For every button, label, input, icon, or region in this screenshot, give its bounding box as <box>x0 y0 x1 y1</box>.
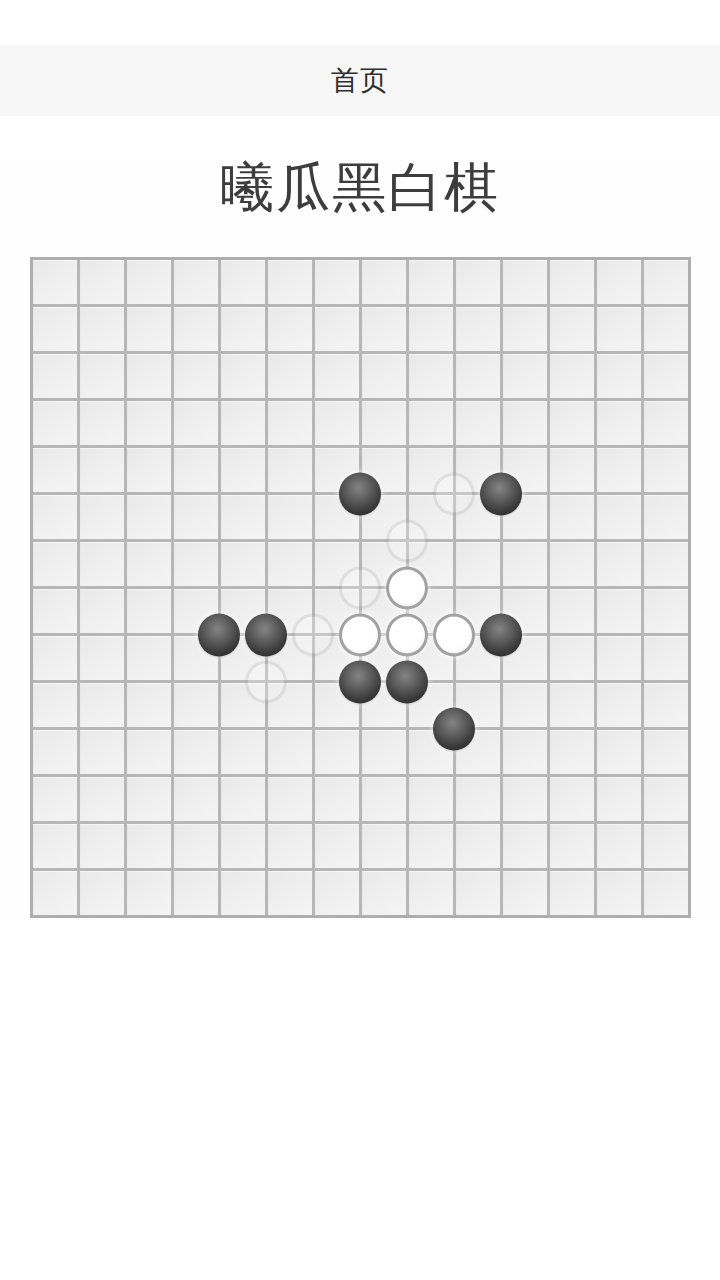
board-cell[interactable] <box>315 354 359 398</box>
board-cell[interactable] <box>33 542 77 586</box>
board-cell[interactable] <box>362 683 406 727</box>
board-cell[interactable] <box>409 636 453 680</box>
board-cell[interactable] <box>597 636 641 680</box>
board-cell[interactable] <box>503 589 547 633</box>
board-cell[interactable] <box>268 777 312 821</box>
board-cell[interactable] <box>221 260 265 304</box>
board-cell[interactable] <box>268 730 312 774</box>
board-cell[interactable] <box>362 307 406 351</box>
board-cell[interactable] <box>174 589 218 633</box>
board-cell[interactable] <box>221 448 265 492</box>
board-cell[interactable] <box>80 824 124 868</box>
board-cell[interactable] <box>409 260 453 304</box>
board-cell[interactable] <box>644 448 688 492</box>
board-cell[interactable] <box>221 542 265 586</box>
board-cell[interactable] <box>174 871 218 915</box>
board-cell[interactable] <box>221 401 265 445</box>
board-cell[interactable] <box>33 401 77 445</box>
board-cell[interactable] <box>315 448 359 492</box>
board-cell[interactable] <box>80 448 124 492</box>
board-cell[interactable] <box>456 401 500 445</box>
board-cell[interactable] <box>80 730 124 774</box>
board-cell[interactable] <box>174 260 218 304</box>
board-cell[interactable] <box>503 495 547 539</box>
board-cell[interactable] <box>33 871 77 915</box>
board-cell[interactable] <box>550 683 594 727</box>
board-cell[interactable] <box>221 354 265 398</box>
board-cell[interactable] <box>33 683 77 727</box>
board-cell[interactable] <box>550 777 594 821</box>
board-cell[interactable] <box>268 354 312 398</box>
board-cell[interactable] <box>315 824 359 868</box>
board-cell[interactable] <box>644 683 688 727</box>
board-cell[interactable] <box>456 495 500 539</box>
board-cell[interactable] <box>221 730 265 774</box>
board-cell[interactable] <box>33 824 77 868</box>
board-cell[interactable] <box>550 871 594 915</box>
board-cell[interactable] <box>127 260 171 304</box>
board-cell[interactable] <box>174 401 218 445</box>
board-cell[interactable] <box>362 589 406 633</box>
board-cell[interactable] <box>315 260 359 304</box>
board-cell[interactable] <box>597 354 641 398</box>
board-cell[interactable] <box>127 636 171 680</box>
board-cell[interactable] <box>174 636 218 680</box>
board-cell[interactable] <box>33 589 77 633</box>
board-cell[interactable] <box>315 401 359 445</box>
board-cell[interactable] <box>174 777 218 821</box>
board-cell[interactable] <box>644 824 688 868</box>
board-cell[interactable] <box>409 777 453 821</box>
board-cell[interactable] <box>80 495 124 539</box>
board-cell[interactable] <box>127 730 171 774</box>
board-cell[interactable] <box>127 777 171 821</box>
board-cell[interactable] <box>174 354 218 398</box>
board-cell[interactable] <box>315 589 359 633</box>
board-cell[interactable] <box>597 777 641 821</box>
board-cell[interactable] <box>221 495 265 539</box>
board-cell[interactable] <box>456 871 500 915</box>
board-cell[interactable] <box>362 636 406 680</box>
board-cell[interactable] <box>362 824 406 868</box>
board-cell[interactable] <box>268 260 312 304</box>
nav-title: 首页 <box>331 62 389 100</box>
board-cell[interactable] <box>33 636 77 680</box>
board-cell[interactable] <box>127 542 171 586</box>
board-cell[interactable] <box>503 542 547 586</box>
board-cell[interactable] <box>456 260 500 304</box>
board-cell[interactable] <box>409 448 453 492</box>
board-cell[interactable] <box>550 542 594 586</box>
board-cell[interactable] <box>362 260 406 304</box>
board-cell[interactable] <box>174 683 218 727</box>
board-cell[interactable] <box>174 307 218 351</box>
board-cell[interactable] <box>268 448 312 492</box>
board-cell[interactable] <box>456 589 500 633</box>
board-cell[interactable] <box>362 401 406 445</box>
board-cell[interactable] <box>221 683 265 727</box>
board-cell[interactable] <box>597 260 641 304</box>
board-cell[interactable] <box>80 636 124 680</box>
board-cell[interactable] <box>33 307 77 351</box>
nav-bar: 首页 <box>0 45 720 116</box>
board-cell[interactable] <box>503 636 547 680</box>
board-cell[interactable] <box>127 448 171 492</box>
board-cell[interactable] <box>409 824 453 868</box>
board-cell[interactable] <box>268 542 312 586</box>
board-cell[interactable] <box>174 448 218 492</box>
gomoku-board[interactable] <box>30 257 691 918</box>
board-cell[interactable] <box>550 260 594 304</box>
board-cell[interactable] <box>221 871 265 915</box>
board-cell[interactable] <box>597 307 641 351</box>
board-cell[interactable] <box>644 589 688 633</box>
board-cell[interactable] <box>268 636 312 680</box>
board-cell[interactable] <box>644 401 688 445</box>
board-cell[interactable] <box>456 542 500 586</box>
board-cell[interactable] <box>33 730 77 774</box>
board-cell[interactable] <box>127 589 171 633</box>
board-cell[interactable] <box>362 730 406 774</box>
board-cell[interactable] <box>315 777 359 821</box>
board-cell[interactable] <box>127 401 171 445</box>
board-cell[interactable] <box>315 307 359 351</box>
status-bar <box>0 0 720 45</box>
board-cell[interactable] <box>503 354 547 398</box>
board-cell[interactable] <box>597 542 641 586</box>
board-cell[interactable] <box>597 683 641 727</box>
board-cell[interactable] <box>409 354 453 398</box>
board-cell[interactable] <box>268 307 312 351</box>
board-cell[interactable] <box>174 495 218 539</box>
board-cell[interactable] <box>550 636 594 680</box>
board-cell[interactable] <box>362 777 406 821</box>
board-cell[interactable] <box>221 777 265 821</box>
board-cell[interactable] <box>80 401 124 445</box>
board-cell[interactable] <box>644 542 688 586</box>
board-cell[interactable] <box>127 354 171 398</box>
board-cell[interactable] <box>80 307 124 351</box>
board-cell[interactable] <box>597 448 641 492</box>
board-cell[interactable] <box>127 495 171 539</box>
board-cell[interactable] <box>644 307 688 351</box>
board-cell[interactable] <box>503 824 547 868</box>
board-cell[interactable] <box>503 683 547 727</box>
board-cell[interactable] <box>315 542 359 586</box>
board-cell[interactable] <box>550 401 594 445</box>
board-cell[interactable] <box>33 777 77 821</box>
board-cell[interactable] <box>456 777 500 821</box>
board-cell[interactable] <box>597 824 641 868</box>
board-cell[interactable] <box>550 354 594 398</box>
board-cell[interactable] <box>550 448 594 492</box>
board-cell[interactable] <box>80 871 124 915</box>
board-cell[interactable] <box>550 307 594 351</box>
board-cell[interactable] <box>550 495 594 539</box>
board-cell[interactable] <box>315 683 359 727</box>
board-cell[interactable] <box>221 307 265 351</box>
board-cell[interactable] <box>315 495 359 539</box>
board-cell[interactable] <box>174 730 218 774</box>
board-cell[interactable] <box>268 871 312 915</box>
board-cell[interactable] <box>456 354 500 398</box>
board-cell[interactable] <box>80 260 124 304</box>
board-cell[interactable] <box>362 871 406 915</box>
board-cell[interactable] <box>503 401 547 445</box>
board-cell[interactable] <box>597 871 641 915</box>
board-cell[interactable] <box>33 260 77 304</box>
board-cell[interactable] <box>644 260 688 304</box>
page-title: 曦瓜黑白棋 <box>0 160 720 214</box>
board-cell[interactable] <box>409 730 453 774</box>
board-cell[interactable] <box>127 871 171 915</box>
board-cell[interactable] <box>644 730 688 774</box>
board-cell[interactable] <box>409 495 453 539</box>
board-cell[interactable] <box>268 495 312 539</box>
board-cell[interactable] <box>409 683 453 727</box>
board-cell[interactable] <box>33 354 77 398</box>
board-cell[interactable] <box>80 589 124 633</box>
board-cell[interactable] <box>456 730 500 774</box>
board-cell[interactable] <box>503 448 547 492</box>
board-cell[interactable] <box>362 542 406 586</box>
app-screen: 首页 曦瓜黑白棋 <box>0 0 720 918</box>
main-content: 曦瓜黑白棋 <box>0 160 720 918</box>
board-cell[interactable] <box>221 824 265 868</box>
board-cell[interactable] <box>315 871 359 915</box>
board-cell[interactable] <box>362 354 406 398</box>
board-cell[interactable] <box>644 636 688 680</box>
board-cell[interactable] <box>550 730 594 774</box>
board-cell[interactable] <box>503 871 547 915</box>
board-cell[interactable] <box>127 307 171 351</box>
board-cell[interactable] <box>409 871 453 915</box>
board-cell[interactable] <box>503 730 547 774</box>
board-cell[interactable] <box>80 683 124 727</box>
board-cell[interactable] <box>456 824 500 868</box>
board-cell[interactable] <box>456 683 500 727</box>
board-cell[interactable] <box>268 824 312 868</box>
board-cell[interactable] <box>80 777 124 821</box>
board-grid <box>33 260 688 915</box>
board-cell[interactable] <box>644 495 688 539</box>
board-cell[interactable] <box>221 589 265 633</box>
board-cell[interactable] <box>503 777 547 821</box>
board-cell[interactable] <box>174 824 218 868</box>
board-cell[interactable] <box>80 354 124 398</box>
board-cell[interactable] <box>597 589 641 633</box>
board-cell[interactable] <box>362 448 406 492</box>
board-cell[interactable] <box>33 448 77 492</box>
board-cell[interactable] <box>80 542 124 586</box>
board-cell[interactable] <box>644 871 688 915</box>
board-cell[interactable] <box>456 636 500 680</box>
board-cell[interactable] <box>268 401 312 445</box>
board-cell[interactable] <box>644 777 688 821</box>
board-cell[interactable] <box>550 589 594 633</box>
board-cell[interactable] <box>315 730 359 774</box>
board-cell[interactable] <box>268 683 312 727</box>
board-cell[interactable] <box>409 542 453 586</box>
board-cell[interactable] <box>550 824 594 868</box>
board-cell[interactable] <box>456 448 500 492</box>
board-cell[interactable] <box>409 589 453 633</box>
board-cell[interactable] <box>127 824 171 868</box>
board-cell[interactable] <box>597 730 641 774</box>
board-cell[interactable] <box>409 401 453 445</box>
board-cell[interactable] <box>33 495 77 539</box>
board-cell[interactable] <box>503 260 547 304</box>
board-cell[interactable] <box>597 495 641 539</box>
board-cell[interactable] <box>456 307 500 351</box>
board-cell[interactable] <box>127 683 171 727</box>
board-cell[interactable] <box>268 589 312 633</box>
board-cell[interactable] <box>315 636 359 680</box>
board-cell[interactable] <box>362 495 406 539</box>
board-cell[interactable] <box>597 401 641 445</box>
board-cell[interactable] <box>503 307 547 351</box>
board-cell[interactable] <box>221 636 265 680</box>
board-cell[interactable] <box>644 354 688 398</box>
board-cell[interactable] <box>409 307 453 351</box>
board-cell[interactable] <box>174 542 218 586</box>
